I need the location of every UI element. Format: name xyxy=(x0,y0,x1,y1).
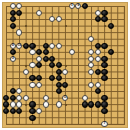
move-number-label: 1 xyxy=(71,4,73,8)
black-stone[interactable] xyxy=(29,43,35,49)
white-stone[interactable]: 7 xyxy=(101,121,107,127)
white-stone[interactable] xyxy=(16,29,22,35)
black-stone[interactable] xyxy=(36,62,42,68)
white-stone[interactable] xyxy=(36,10,42,16)
white-stone[interactable] xyxy=(16,88,22,94)
black-stone[interactable] xyxy=(43,49,49,55)
black-stone[interactable] xyxy=(56,75,62,81)
white-stone[interactable] xyxy=(88,69,94,75)
black-stone[interactable] xyxy=(95,16,101,22)
black-stone[interactable] xyxy=(29,108,35,114)
black-stone[interactable] xyxy=(101,10,107,16)
black-stone[interactable] xyxy=(101,56,107,62)
black-stone[interactable] xyxy=(101,75,107,81)
white-stone[interactable] xyxy=(88,62,94,68)
black-stone[interactable] xyxy=(95,43,101,49)
white-stone[interactable] xyxy=(29,49,35,55)
white-stone[interactable] xyxy=(88,49,94,55)
go-board[interactable]: 195133117 xyxy=(2,2,128,128)
black-stone[interactable] xyxy=(29,75,35,81)
white-stone[interactable] xyxy=(36,56,42,62)
white-stone[interactable] xyxy=(95,49,101,55)
white-stone[interactable] xyxy=(29,82,35,88)
black-stone[interactable] xyxy=(95,69,101,75)
black-stone[interactable] xyxy=(101,108,107,114)
white-stone[interactable] xyxy=(56,43,62,49)
move-number-label: 11 xyxy=(64,96,67,99)
black-stone[interactable] xyxy=(16,10,22,16)
black-stone[interactable] xyxy=(108,49,114,55)
black-stone[interactable] xyxy=(82,3,88,9)
white-stone[interactable] xyxy=(88,82,94,88)
white-stone[interactable] xyxy=(56,16,62,22)
black-stone[interactable] xyxy=(101,101,107,107)
move-number-label: 9 xyxy=(77,4,79,8)
white-stone[interactable]: 9 xyxy=(75,3,81,9)
white-stone[interactable] xyxy=(95,56,101,62)
black-stone[interactable] xyxy=(56,82,62,88)
diagram-frame: 195133117 xyxy=(0,0,130,130)
white-stone[interactable]: 1 xyxy=(69,3,75,9)
white-stone[interactable] xyxy=(23,69,29,75)
black-stone[interactable] xyxy=(101,43,107,49)
black-stone[interactable] xyxy=(49,56,55,62)
white-stone[interactable] xyxy=(43,101,49,107)
black-stone[interactable] xyxy=(10,23,16,29)
black-stone[interactable] xyxy=(62,82,68,88)
black-stone[interactable] xyxy=(108,23,114,29)
black-stone[interactable] xyxy=(10,10,16,16)
white-stone[interactable] xyxy=(16,95,22,101)
white-stone[interactable] xyxy=(10,3,16,9)
white-stone[interactable] xyxy=(36,108,42,114)
move-number-label: 3 xyxy=(12,57,14,61)
black-stone[interactable] xyxy=(43,43,49,49)
move-number-label: 7 xyxy=(104,122,106,126)
black-stone[interactable] xyxy=(10,88,16,94)
black-stone[interactable] xyxy=(101,95,107,101)
white-stone[interactable] xyxy=(95,10,101,16)
white-stone[interactable] xyxy=(36,82,42,88)
white-stone[interactable] xyxy=(95,82,101,88)
black-stone[interactable] xyxy=(95,88,101,94)
white-stone[interactable] xyxy=(10,101,16,107)
white-stone[interactable]: 13 xyxy=(16,43,22,49)
white-stone[interactable] xyxy=(23,95,29,101)
white-stone[interactable] xyxy=(16,3,22,9)
black-stone[interactable] xyxy=(88,101,94,107)
white-stone[interactable] xyxy=(16,101,22,107)
black-stone[interactable] xyxy=(36,75,42,81)
white-stone[interactable] xyxy=(88,56,94,62)
black-stone[interactable] xyxy=(23,43,29,49)
move-number-label: 13 xyxy=(18,44,21,47)
black-stone[interactable] xyxy=(10,49,16,55)
black-stone[interactable] xyxy=(3,108,9,114)
black-stone[interactable] xyxy=(36,49,42,55)
black-stone[interactable] xyxy=(49,75,55,81)
black-stone[interactable] xyxy=(29,115,35,121)
white-stone[interactable] xyxy=(69,49,75,55)
black-stone[interactable] xyxy=(10,16,16,22)
black-stone[interactable] xyxy=(49,62,55,68)
black-stone[interactable] xyxy=(82,101,88,107)
white-stone[interactable]: 3 xyxy=(10,56,16,62)
white-stone[interactable] xyxy=(82,95,88,101)
white-stone[interactable] xyxy=(62,69,68,75)
white-stone[interactable]: 5 xyxy=(10,43,16,49)
black-stone[interactable] xyxy=(43,56,49,62)
black-stone[interactable] xyxy=(10,95,16,101)
black-stone[interactable] xyxy=(101,69,107,75)
move-number-label: 5 xyxy=(12,43,14,47)
black-stone[interactable] xyxy=(95,101,101,107)
stones-layer: 195133117 xyxy=(3,3,127,127)
white-stone[interactable] xyxy=(88,36,94,42)
black-stone[interactable] xyxy=(3,95,9,101)
black-stone[interactable] xyxy=(101,16,107,22)
black-stone[interactable] xyxy=(16,108,22,114)
black-stone[interactable] xyxy=(56,62,62,68)
white-stone[interactable] xyxy=(49,16,55,22)
black-stone[interactable] xyxy=(56,69,62,75)
white-stone[interactable] xyxy=(29,62,35,68)
black-stone[interactable] xyxy=(29,101,35,107)
white-stone[interactable] xyxy=(49,43,55,49)
board-point[interactable] xyxy=(121,121,128,128)
white-stone[interactable] xyxy=(56,101,62,107)
white-stone[interactable]: 11 xyxy=(62,95,68,101)
black-stone[interactable] xyxy=(101,62,107,68)
black-stone[interactable] xyxy=(10,108,16,114)
black-stone[interactable] xyxy=(56,88,62,94)
black-stone[interactable] xyxy=(3,101,9,107)
white-stone[interactable] xyxy=(43,95,49,101)
